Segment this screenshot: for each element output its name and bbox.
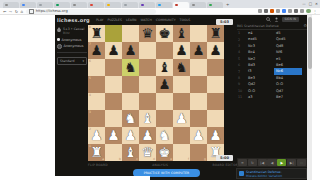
move-panel: B01 Scandinavian Defense ⚙ 1e4d52exd5Qxd…: [237, 22, 307, 100]
file-coordinate: c: [136, 158, 138, 161]
square-h3[interactable]: [207, 110, 224, 127]
tab-favicon-icon: [107, 4, 110, 7]
toast-line-2: Mieses-Kotroc Variation: [246, 174, 282, 178]
square-d6[interactable]: [139, 59, 156, 76]
black-pawn[interactable]: ♟: [190, 42, 207, 59]
square-e4[interactable]: [156, 93, 173, 110]
square-b7[interactable]: ♟: [105, 42, 122, 59]
window-controls: —□✕: [302, 0, 318, 7]
tab-favicon-icon: [158, 4, 161, 7]
sidebar-divider: [57, 52, 87, 54]
square-b2[interactable]: ♟: [105, 127, 122, 144]
square-d2[interactable]: ♟: [139, 127, 156, 144]
tab-favicon-icon: [90, 4, 93, 7]
opening-name: B01 Scandinavian Defense: [237, 24, 279, 28]
square-b6[interactable]: [105, 59, 122, 76]
square-f6[interactable]: ♞: [173, 59, 190, 76]
white-pawn[interactable]: ♟: [139, 127, 156, 144]
page-scrollbar[interactable]: [307, 15, 312, 180]
square-f5[interactable]: [173, 76, 190, 93]
extension-icon[interactable]: [282, 9, 286, 13]
square-c5[interactable]: [122, 76, 139, 93]
square-h7[interactable]: ♟: [207, 42, 224, 59]
square-f3[interactable]: ♟: [173, 110, 190, 127]
extension-icons: ⋮: [258, 9, 317, 14]
square-d8[interactable]: ♛: [139, 25, 156, 42]
move-list: 1e4d52exd5Qxd53Nc3Qd84Bc4Nf65Ne2e56Bd3Be…: [237, 30, 307, 100]
variant-select[interactable]: Standard ▾: [57, 57, 87, 65]
black-bishop[interactable]: ♝: [173, 25, 190, 42]
variant-select-value: Standard: [60, 59, 75, 63]
rank-coordinate: 7: [89, 43, 91, 46]
tab-favicon-icon: [39, 4, 42, 7]
black-move[interactable]: Be7: [274, 94, 302, 100]
url-text: https://lichess.org: [36, 9, 68, 13]
white-pawn[interactable]: ♟: [207, 127, 224, 144]
black-knight[interactable]: ♞: [173, 59, 190, 76]
square-e6[interactable]: ♝: [156, 59, 173, 76]
move-number: 1: [237, 31, 246, 35]
profile-avatar[interactable]: [306, 9, 311, 14]
square-d1[interactable]: ♛d: [139, 144, 156, 161]
window-control-icon[interactable]: ✕: [315, 2, 318, 6]
move-number: 10: [237, 89, 246, 93]
last-button[interactable]: ▶|: [287, 159, 296, 166]
rank-coordinate: 6: [89, 60, 91, 63]
square-g2[interactable]: ♟: [190, 127, 207, 144]
file-coordinate: e: [170, 158, 172, 161]
black-knight[interactable]: ♞: [122, 59, 139, 76]
home-icon[interactable]: ⌂: [21, 8, 24, 15]
square-a3[interactable]: 3: [88, 110, 105, 127]
move-number: 7: [237, 70, 246, 74]
white-pawn[interactable]: ♟: [105, 127, 122, 144]
white-bishop[interactable]: ♝: [139, 110, 156, 127]
screenshot-root: + —□✕ ← → ↻ ⌂ https://lichess.org ⋮ lich…: [0, 0, 320, 180]
square-h4[interactable]: [207, 93, 224, 110]
move-number: 5: [237, 57, 246, 61]
square-f1[interactable]: f: [173, 144, 190, 161]
extension-icon[interactable]: [294, 9, 298, 13]
square-h6[interactable]: [207, 59, 224, 76]
board-link-analysis[interactable]: ANALYSIS: [152, 163, 168, 167]
square-c1[interactable]: ♝c: [122, 144, 139, 161]
square-f4[interactable]: [173, 93, 190, 110]
player-black-row[interactable]: Anonymous: [57, 44, 87, 49]
file-coordinate: g: [204, 158, 206, 161]
black-king[interactable]: ♚: [156, 25, 173, 42]
square-e3[interactable]: [156, 110, 173, 127]
square-e8[interactable]: ♚: [156, 25, 173, 42]
square-d3[interactable]: ♝: [139, 110, 156, 127]
browser-tab-strip: + —□✕: [0, 0, 320, 8]
scrollbar-thumb[interactable]: [308, 17, 312, 69]
speed-label: Blitz: [63, 31, 84, 35]
tab-favicon-icon: [124, 4, 127, 7]
black-pawn[interactable]: ♟: [207, 42, 224, 59]
black-pawn[interactable]: ♟: [173, 42, 190, 59]
url-box[interactable]: https://lichess.org: [26, 9, 156, 14]
square-c2[interactable]: ♟: [122, 127, 139, 144]
header-right: SIGN IN: [266, 17, 299, 22]
square-e7[interactable]: [156, 42, 173, 59]
window-control-icon[interactable]: □: [309, 2, 312, 6]
practice-button-label: PRACTICE WITH COMPUTER: [144, 171, 190, 175]
square-b3[interactable]: [105, 110, 122, 127]
square-b4[interactable]: [105, 93, 122, 110]
white-color-dot: [57, 38, 60, 41]
nav-item-tools[interactable]: TOOLS: [180, 18, 191, 22]
square-c6[interactable]: ♞: [122, 59, 139, 76]
move-row: 11a3Be7: [237, 94, 307, 100]
info-icon: [239, 171, 244, 176]
player-white-row[interactable]: Anonymous: [57, 38, 87, 42]
opening-info-toast[interactable]: Scandinavian Defense: Mieses-Kotroc Vari…: [236, 168, 307, 179]
extension-list: [258, 9, 304, 13]
black-pawn[interactable]: ♟: [156, 76, 173, 93]
square-h2[interactable]: ♟: [207, 127, 224, 144]
board-link-flip-board[interactable]: FLIP BOARD: [88, 163, 108, 167]
back-icon[interactable]: ←: [3, 8, 6, 15]
square-a5[interactable]: 5: [88, 76, 105, 93]
forward-icon[interactable]: →: [9, 8, 12, 15]
square-f2[interactable]: [173, 127, 190, 144]
browser-address-bar: ← → ↻ ⌂ https://lichess.org ⋮: [0, 8, 320, 15]
lichess-logo[interactable]: lichess.org: [57, 17, 90, 23]
extension-icon[interactable]: [270, 9, 274, 13]
square-c3[interactable]: ♞: [122, 110, 139, 127]
blitz-flame-icon: [57, 27, 61, 32]
tab-favicon-icon: [175, 4, 178, 7]
square-a8[interactable]: ♜8: [88, 25, 105, 42]
square-a2[interactable]: ♟2: [88, 127, 105, 144]
white-move[interactable]: a3: [246, 94, 274, 100]
tab-favicon-icon: [22, 4, 25, 7]
extension-icon[interactable]: [276, 9, 280, 13]
rank-coordinate: 4: [89, 94, 91, 97]
white-pawn[interactable]: ♟: [190, 127, 207, 144]
sign-in-button[interactable]: SIGN IN: [282, 17, 299, 22]
black-rook[interactable]: ♜: [207, 25, 224, 42]
square-d5[interactable]: [139, 76, 156, 93]
square-e2[interactable]: ♞: [156, 127, 173, 144]
square-d7[interactable]: [139, 42, 156, 59]
white-knight[interactable]: ♞: [156, 127, 173, 144]
move-number: 2: [237, 38, 246, 42]
square-h5[interactable]: [207, 76, 224, 93]
nav-item-watch[interactable]: WATCH: [141, 18, 152, 22]
toast-line-1: Scandinavian Defense:: [246, 170, 282, 174]
white-knight[interactable]: ♞: [122, 110, 139, 127]
rank-coordinate: 1: [89, 145, 91, 148]
bottom-white-strip: [55, 176, 150, 180]
board-link-board-editor[interactable]: BOARD EDITOR: [213, 163, 238, 167]
tab-favicon-icon: [209, 4, 212, 7]
square-h8[interactable]: ♜: [207, 25, 224, 42]
black-pawn[interactable]: ♟: [105, 42, 122, 59]
flip-button[interactable]: ↻: [248, 159, 257, 166]
square-a4[interactable]: 4: [88, 93, 105, 110]
under-board-links: FLIP BOARDANALYSISBOARD EDITOR: [88, 163, 238, 167]
nav-item-play[interactable]: PLAY: [96, 18, 104, 22]
square-c8[interactable]: [122, 25, 139, 42]
prev-button[interactable]: ◀: [267, 159, 276, 166]
extension-icon[interactable]: [288, 9, 292, 13]
square-f7[interactable]: ♟: [173, 42, 190, 59]
rank-coordinate: 5: [89, 77, 91, 80]
square-c4[interactable]: [122, 93, 139, 110]
nav-item-puzzles[interactable]: PUZZLES: [108, 18, 122, 22]
nav-item-learn[interactable]: LEARN: [126, 18, 137, 22]
square-f8[interactable]: ♝: [173, 25, 190, 42]
black-pawn[interactable]: ♟: [122, 42, 139, 59]
square-g8[interactable]: [190, 25, 207, 42]
square-e1[interactable]: ♚e: [156, 144, 173, 161]
square-a6[interactable]: 6: [88, 59, 105, 76]
first-button[interactable]: |◀: [258, 159, 267, 166]
tab-favicon-icon: [192, 4, 195, 7]
move-panel-header: B01 Scandinavian Defense ⚙: [237, 22, 307, 30]
black-clock: 5:03: [216, 19, 233, 25]
move-number: 9: [237, 82, 246, 86]
black-bishop[interactable]: ♝: [156, 59, 173, 76]
window-control-icon[interactable]: —: [302, 2, 306, 6]
nav-item-community[interactable]: COMMUNITY: [156, 18, 176, 22]
menu-button[interactable]: ≡: [238, 159, 247, 166]
search-icon[interactable]: [266, 17, 271, 22]
white-pawn[interactable]: ♟: [173, 110, 190, 127]
more-button[interactable]: ⋯: [297, 159, 306, 166]
square-g5[interactable]: [190, 76, 207, 93]
square-b8[interactable]: [105, 25, 122, 42]
extension-icon[interactable]: [300, 9, 304, 13]
square-g3[interactable]: [190, 110, 207, 127]
file-coordinate: b: [119, 158, 121, 161]
move-number: 8: [237, 76, 246, 80]
square-d4[interactable]: [139, 93, 156, 110]
rank-coordinate: 2: [89, 128, 91, 131]
rank-coordinate: 3: [89, 111, 91, 114]
square-g7[interactable]: ♟: [190, 42, 207, 59]
tab-favicon-icon: [5, 4, 8, 7]
site-nav: PLAYPUZZLESLEARNWATCHCOMMUNITYTOOLS: [96, 18, 190, 22]
move-number: 3: [237, 44, 246, 48]
square-g1[interactable]: g: [190, 144, 207, 161]
extension-icon[interactable]: [258, 9, 262, 13]
square-g6[interactable]: [190, 59, 207, 76]
extension-icon[interactable]: [264, 9, 268, 13]
tab-favicon-icon: [141, 4, 144, 7]
rank-coordinate: 8: [89, 26, 91, 29]
game-meta: 5+3 • Casual Blitz: [57, 27, 87, 35]
chevron-down-icon: ▾: [82, 59, 84, 63]
square-b5[interactable]: [105, 76, 122, 93]
move-number: 6: [237, 63, 246, 67]
tab-favicon-icon: [56, 4, 59, 7]
black-player-name: Anonymous: [64, 44, 84, 48]
square-g4[interactable]: [190, 93, 207, 110]
playback-controls: ≡↻|◀◀▶▶|⋯: [237, 158, 307, 167]
user-icon[interactable]: [274, 17, 279, 22]
move-number: 4: [237, 50, 246, 54]
square-a7[interactable]: ♟7: [88, 42, 105, 59]
chess-board: ♜8♛♚♝♜♟7♟♟♟♟♟6♞♝♞5♟43♞♝♟♟2♟♟♟♞♟♟♜a1b♝c♛d…: [88, 25, 224, 161]
white-player-name: Anonymous: [62, 38, 82, 42]
padlock-icon: [29, 9, 34, 14]
reload-icon[interactable]: ↻: [15, 8, 18, 15]
square-c7[interactable]: ♟: [122, 42, 139, 59]
file-coordinate: a: [102, 158, 104, 161]
browser-menu-icon[interactable]: ⋮: [313, 9, 317, 14]
black-queen[interactable]: ♛: [139, 25, 156, 42]
file-coordinate: d: [153, 158, 155, 161]
lichess-page: lichess.org PLAYPUZZLESLEARNWATCHCOMMUNI…: [55, 15, 307, 180]
white-clock: 5:00: [216, 155, 233, 161]
move-number: 11: [237, 95, 246, 99]
game-sidebar: 5+3 • Casual Blitz Anonymous Anonymous S…: [57, 27, 87, 65]
file-coordinate: f: [188, 158, 189, 161]
square-a1[interactable]: ♜a1: [88, 144, 105, 161]
square-e5[interactable]: ♟: [156, 76, 173, 93]
next-button[interactable]: ▶: [277, 159, 286, 166]
tab-favicon-icon: [73, 4, 76, 7]
black-color-dot: [57, 44, 62, 49]
square-b1[interactable]: b: [105, 144, 122, 161]
white-pawn[interactable]: ♟: [122, 127, 139, 144]
